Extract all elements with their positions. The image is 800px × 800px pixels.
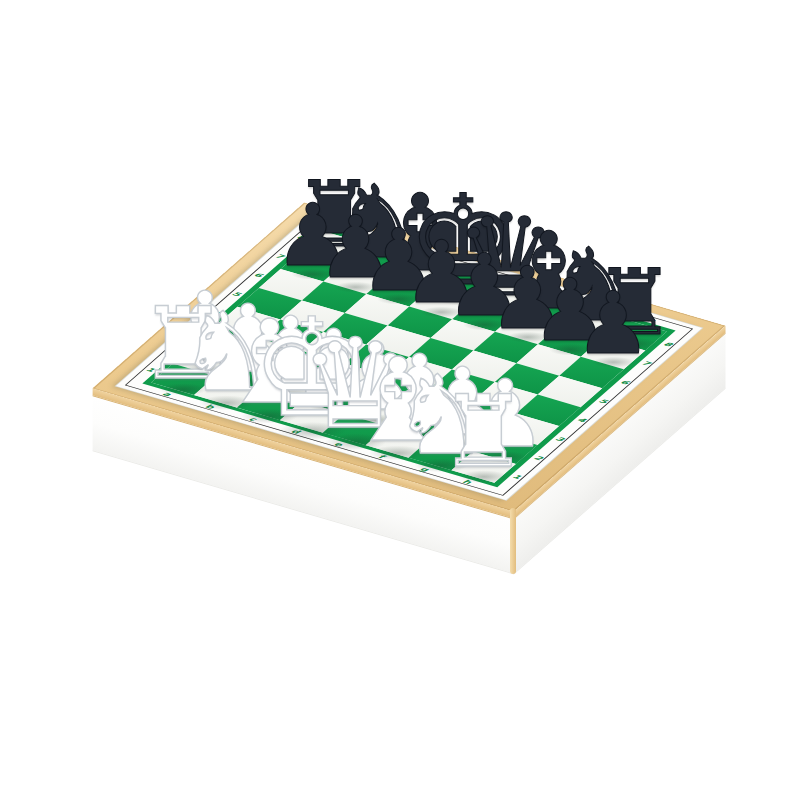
chess-box-product-photo: aabbccddeeffgghh1122334455667788 ♜♞♝♚♛♝♞…	[0, 0, 800, 800]
box-corner-edge	[510, 508, 516, 574]
